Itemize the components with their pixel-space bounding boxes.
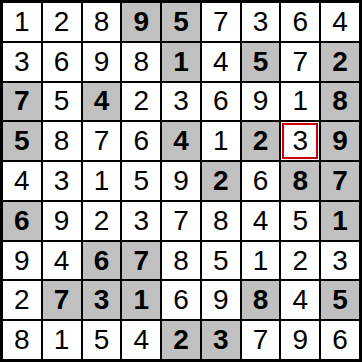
sudoku-cell-r1c9[interactable]: 4 [321,3,359,41]
cell-digit: 5 [173,8,189,36]
cell-digit: 9 [293,326,309,354]
sudoku-cell-r9c6[interactable]: 3 [202,321,240,359]
sudoku-cell-r9c2[interactable]: 1 [43,321,81,359]
cell-digit: 8 [332,87,348,115]
cell-digit: 9 [332,127,348,155]
sudoku-cell-r7c2[interactable]: 4 [43,242,81,280]
cell-digit: 7 [94,127,110,155]
sudoku-cell-r5c6[interactable]: 2 [202,162,240,200]
sudoku-cell-r8c2[interactable]: 7 [43,281,81,319]
sudoku-cell-r6c5[interactable]: 7 [162,202,200,240]
cell-digit: 5 [133,167,149,195]
sudoku-cell-r5c4[interactable]: 5 [122,162,160,200]
sudoku-cell-r7c5[interactable]: 8 [162,242,200,280]
sudoku-cell-r8c9[interactable]: 5 [321,281,359,319]
sudoku-cell-r1c2[interactable]: 2 [43,3,81,41]
sudoku-cell-r9c1[interactable]: 8 [3,321,41,359]
sudoku-cell-r6c1[interactable]: 6 [3,202,41,240]
cell-digit: 2 [94,207,110,235]
cell-digit: 9 [14,247,30,275]
sudoku-cell-r3c1[interactable]: 7 [3,83,41,121]
sudoku-cell-r7c9[interactable]: 3 [321,242,359,280]
cell-digit: 7 [14,87,30,115]
sudoku-cell-r7c4[interactable]: 7 [122,242,160,280]
sudoku-cell-r2c9[interactable]: 2 [321,43,359,81]
sudoku-cell-r2c5[interactable]: 1 [162,43,200,81]
cell-digit: 5 [332,286,348,314]
cell-digit: 7 [213,8,229,36]
cell-digit: 7 [332,167,348,195]
sudoku-cell-r3c9[interactable]: 8 [321,83,359,121]
sudoku-cell-r6c9[interactable]: 1 [321,202,359,240]
sudoku-cell-r8c6[interactable]: 9 [202,281,240,319]
cell-digit: 2 [253,127,269,155]
cell-digit: 2 [332,48,348,76]
sudoku-cell-r5c2[interactable]: 3 [43,162,81,200]
sudoku-cell-r1c1[interactable]: 1 [3,3,41,41]
cell-digit: 3 [253,8,269,36]
sudoku-cell-r6c3[interactable]: 2 [83,202,121,240]
cell-digit: 3 [14,48,30,76]
cell-digit: 4 [332,8,348,36]
cell-digit: 8 [94,8,110,36]
sudoku-board: 1289573643698145727542369185876412394315… [0,0,362,362]
sudoku-cell-r1c8[interactable]: 6 [281,3,319,41]
sudoku-cell-r6c8[interactable]: 5 [281,202,319,240]
sudoku-cell-r3c2[interactable]: 5 [43,83,81,121]
sudoku-cell-r1c7[interactable]: 3 [242,3,280,41]
cell-digit: 3 [173,87,189,115]
sudoku-cell-r4c7[interactable]: 2 [242,122,280,160]
cell-digit: 5 [54,87,70,115]
sudoku-cell-r4c6[interactable]: 1 [202,122,240,160]
sudoku-cell-r4c4[interactable]: 6 [122,122,160,160]
cell-digit: 1 [133,286,149,314]
cell-digit: 3 [94,286,110,314]
cell-digit: 1 [253,247,269,275]
sudoku-cell-r9c4[interactable]: 4 [122,321,160,359]
sudoku-cell-r4c8[interactable]: 3 [281,122,319,160]
sudoku-cell-r9c7[interactable]: 7 [242,321,280,359]
cell-digit: 4 [293,286,309,314]
cell-digit: 6 [54,48,70,76]
cell-digit: 7 [133,247,149,275]
cell-digit: 5 [213,247,229,275]
cell-digit: 2 [213,167,229,195]
sudoku-cell-r3c8[interactable]: 1 [281,83,319,121]
sudoku-cell-r9c8[interactable]: 9 [281,321,319,359]
sudoku-cell-r8c3[interactable]: 3 [83,281,121,319]
cell-digit: 3 [133,207,149,235]
sudoku-cell-r9c3[interactable]: 5 [83,321,121,359]
cell-digit: 8 [14,326,30,354]
cell-digit: 4 [253,207,269,235]
sudoku-cell-r4c5[interactable]: 4 [162,122,200,160]
sudoku-cell-r4c2[interactable]: 8 [43,122,81,160]
cell-digit: 8 [253,286,269,314]
sudoku-cell-r3c5[interactable]: 3 [162,83,200,121]
cell-digit: 1 [293,87,309,115]
sudoku-cell-r5c8[interactable]: 8 [281,162,319,200]
cell-digit: 3 [332,247,348,275]
sudoku-cell-r5c9[interactable]: 7 [321,162,359,200]
sudoku-cell-r6c6[interactable]: 8 [202,202,240,240]
cell-digit: 4 [14,167,30,195]
sudoku-cell-r2c6[interactable]: 4 [202,43,240,81]
sudoku-cell-r8c5[interactable]: 6 [162,281,200,319]
sudoku-cell-r1c4[interactable]: 9 [122,3,160,41]
cell-digit: 6 [173,286,189,314]
sudoku-cell-r8c1[interactable]: 2 [3,281,41,319]
cell-digit: 5 [253,48,269,76]
cell-digit: 9 [253,87,269,115]
cell-digit: 4 [173,127,189,155]
sudoku-cell-r4c9[interactable]: 9 [321,122,359,160]
sudoku-cell-r8c7[interactable]: 8 [242,281,280,319]
cell-digit: 6 [213,87,229,115]
cell-digit: 1 [94,167,110,195]
cell-digit: 8 [293,167,309,195]
sudoku-cell-r8c4[interactable]: 1 [122,281,160,319]
cell-digit: 3 [54,167,70,195]
cell-digit: 6 [293,8,309,36]
sudoku-cell-r6c7[interactable]: 4 [242,202,280,240]
cell-digit: 6 [253,167,269,195]
cell-digit: 4 [133,326,149,354]
sudoku-cell-r2c4[interactable]: 8 [122,43,160,81]
cell-digit: 5 [94,326,110,354]
sudoku-cell-r2c1[interactable]: 3 [3,43,41,81]
sudoku-cell-r2c7[interactable]: 5 [242,43,280,81]
cell-digit: 1 [54,326,70,354]
cell-digit: 7 [54,286,70,314]
sudoku-cell-r7c3[interactable]: 6 [83,242,121,280]
sudoku-cell-r4c3[interactable]: 7 [83,122,121,160]
cell-digit: 5 [14,127,30,155]
cell-digit: 4 [54,247,70,275]
sudoku-cell-r7c7[interactable]: 1 [242,242,280,280]
sudoku-cell-r1c3[interactable]: 8 [83,3,121,41]
cell-digit: 1 [213,127,229,155]
sudoku-cell-r3c7[interactable]: 9 [242,83,280,121]
sudoku-cell-r5c1[interactable]: 4 [3,162,41,200]
sudoku-cell-r4c1[interactable]: 5 [3,122,41,160]
cell-digit: 4 [213,48,229,76]
sudoku-cell-r2c8[interactable]: 7 [281,43,319,81]
sudoku-cell-r1c6[interactable]: 7 [202,3,240,41]
cell-digit: 2 [293,247,309,275]
sudoku-cell-r7c8[interactable]: 2 [281,242,319,280]
sudoku-cell-r1c5[interactable]: 5 [162,3,200,41]
sudoku-cell-r7c1[interactable]: 9 [3,242,41,280]
cell-digit: 9 [173,167,189,195]
cell-digit: 4 [94,87,110,115]
cell-digit: 2 [54,8,70,36]
sudoku-cell-r2c2[interactable]: 6 [43,43,81,81]
sudoku-cell-r5c5[interactable]: 9 [162,162,200,200]
sudoku-cell-r6c2[interactable]: 9 [43,202,81,240]
cell-digit: 2 [133,87,149,115]
cell-digit: 2 [173,326,189,354]
cell-digit: 6 [332,326,348,354]
sudoku-cell-r5c7[interactable]: 6 [242,162,280,200]
cell-digit: 3 [213,326,229,354]
cell-digit: 3 [293,127,309,155]
cell-digit: 9 [54,207,70,235]
sudoku-cell-r9c9[interactable]: 6 [321,321,359,359]
sudoku-cell-r3c3[interactable]: 4 [83,83,121,121]
cell-digit: 8 [133,48,149,76]
cell-digit: 1 [332,207,348,235]
sudoku-cell-r3c6[interactable]: 6 [202,83,240,121]
cell-digit: 7 [173,207,189,235]
cell-digit: 8 [213,207,229,235]
cell-digit: 5 [293,207,309,235]
sudoku-cell-r7c6[interactable]: 5 [202,242,240,280]
sudoku-cell-r8c8[interactable]: 4 [281,281,319,319]
cell-digit: 7 [253,326,269,354]
cell-digit: 6 [94,247,110,275]
cell-digit: 9 [133,8,149,36]
cell-digit: 1 [14,8,30,36]
sudoku-cell-r5c3[interactable]: 1 [83,162,121,200]
cell-digit: 7 [293,48,309,76]
sudoku-cell-r3c4[interactable]: 2 [122,83,160,121]
sudoku-cell-r9c5[interactable]: 2 [162,321,200,359]
cell-digit: 1 [173,48,189,76]
cell-digit: 9 [213,286,229,314]
cell-digit: 2 [14,286,30,314]
cell-digit: 6 [14,207,30,235]
cell-digit: 8 [54,127,70,155]
cell-digit: 9 [94,48,110,76]
cell-digit: 8 [173,247,189,275]
sudoku-cell-r2c3[interactable]: 9 [83,43,121,81]
cell-digit: 6 [133,127,149,155]
sudoku-cell-r6c4[interactable]: 3 [122,202,160,240]
